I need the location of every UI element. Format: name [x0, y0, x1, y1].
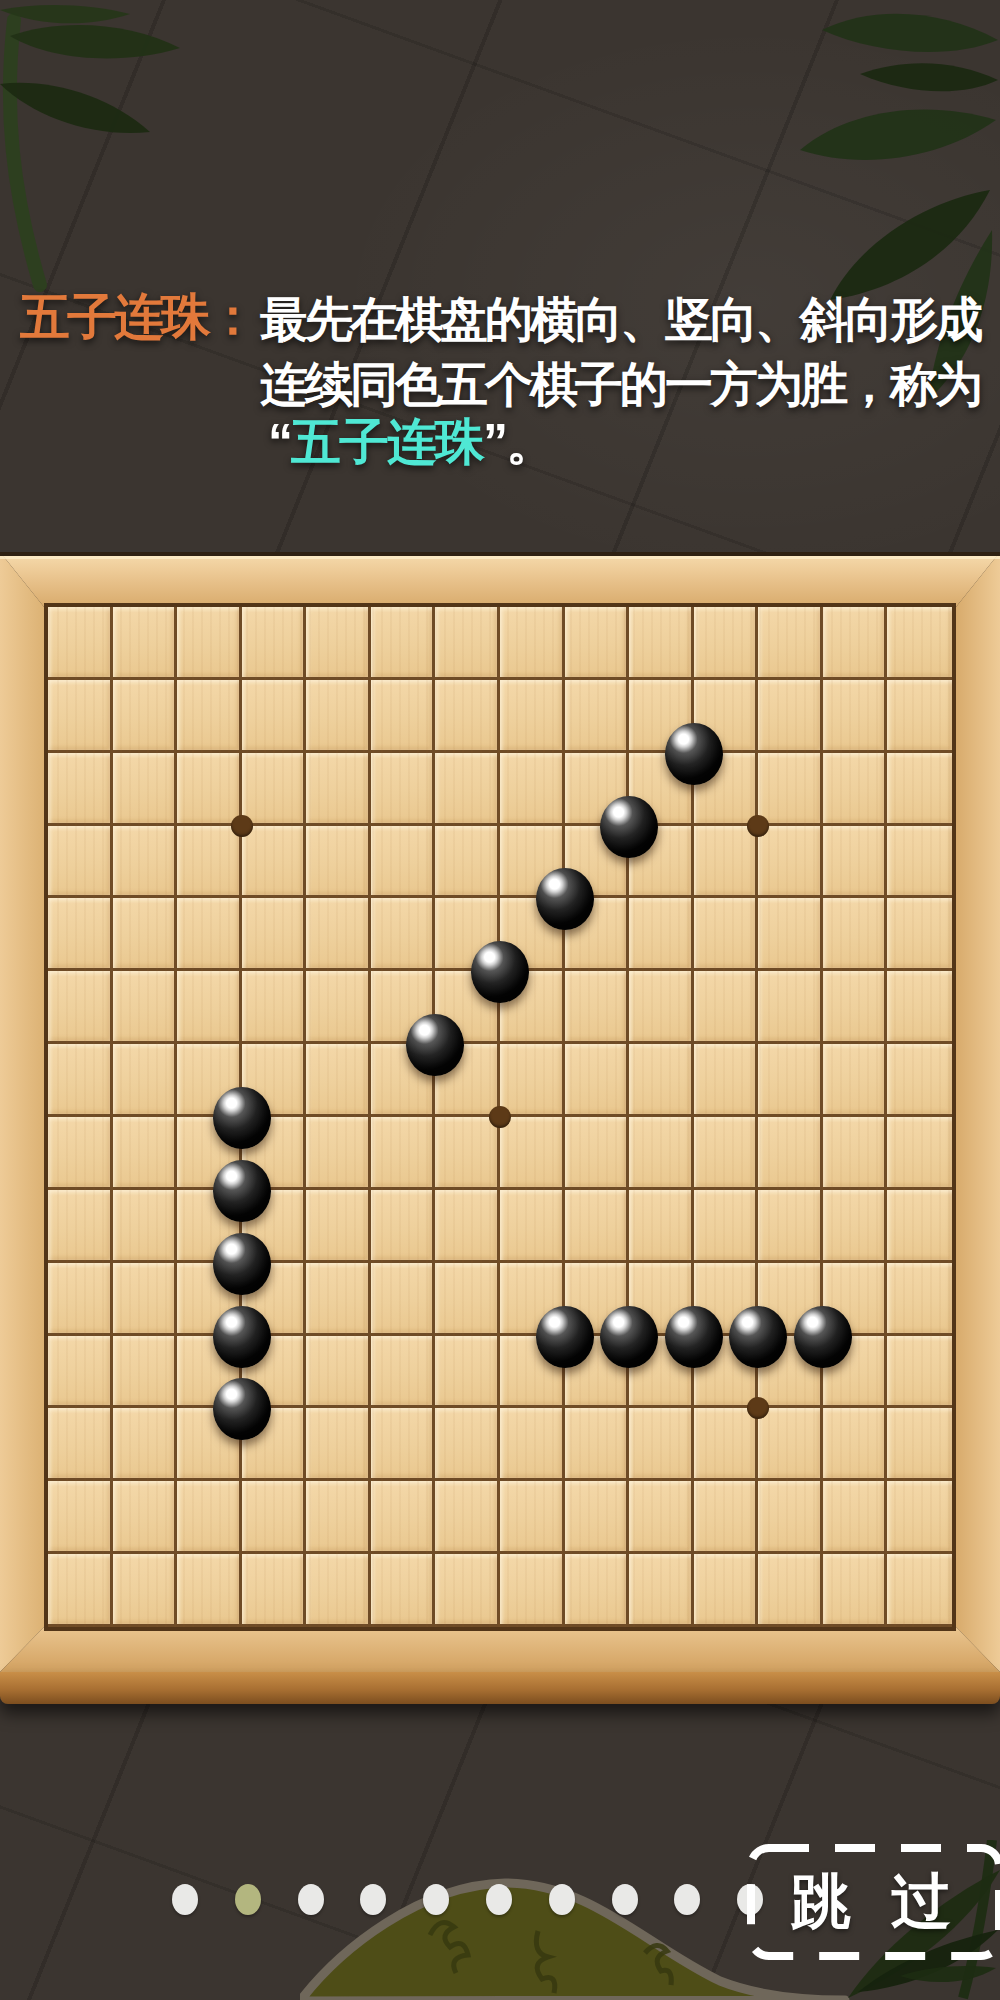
quote-open: “ [268, 414, 291, 470]
board-side-base [0, 1672, 1000, 1704]
pagination-dot[interactable] [423, 1884, 449, 1915]
black-stone [536, 1306, 594, 1368]
rule-title: 五子连珠： [20, 284, 255, 351]
black-stone [213, 1306, 271, 1368]
gomoku-board [0, 552, 1000, 1704]
black-stone [536, 868, 594, 930]
pagination-dot-active[interactable] [235, 1884, 261, 1915]
skip-button-label: 跳过 [746, 1843, 996, 1961]
board-frame-left [0, 552, 44, 1672]
rule-text-line1: 最先在棋盘的横向、竖向、斜向形成 [260, 288, 980, 352]
black-stone [213, 1378, 271, 1440]
tutorial-screen: 五子连珠： 最先在棋盘的横向、竖向、斜向形成 连续同色五个棋子的一方为胜，称为 … [0, 0, 1000, 2000]
quote-close: ”。 [483, 414, 554, 470]
board-top-highlight [0, 556, 1000, 559]
board-frame-top [0, 552, 1000, 607]
black-stone [406, 1014, 464, 1076]
star-point [747, 1397, 769, 1419]
stones-layer [48, 607, 952, 1627]
rule-text-line3: “五子连珠”。 [268, 409, 554, 476]
black-stone [600, 796, 658, 858]
board-frame-right [956, 552, 1000, 1672]
black-stone [665, 1306, 723, 1368]
star-point [747, 815, 769, 837]
rule-keyword: 五子连珠 [291, 414, 483, 470]
bamboo-leaves-top-left-icon [0, 0, 220, 300]
black-stone [213, 1233, 271, 1295]
pagination-dot[interactable] [172, 1884, 198, 1915]
rule-text-line2: 连续同色五个棋子的一方为胜，称为 [260, 353, 980, 417]
star-point [489, 1106, 511, 1128]
board-surface [44, 603, 956, 1631]
pagination-dot[interactable] [298, 1884, 324, 1915]
board-frame-bottom [0, 1627, 1000, 1672]
black-stone [213, 1087, 271, 1149]
pagination-dot[interactable] [612, 1884, 638, 1915]
black-stone [794, 1306, 852, 1368]
pagination-dot[interactable] [486, 1884, 512, 1915]
black-stone [471, 941, 529, 1003]
black-stone [729, 1306, 787, 1368]
black-stone [600, 1306, 658, 1368]
star-point [231, 815, 253, 837]
black-stone [213, 1160, 271, 1222]
black-stone [665, 723, 723, 785]
skip-button[interactable]: 跳过 [746, 1843, 1000, 1961]
pagination-dot[interactable] [549, 1884, 575, 1915]
